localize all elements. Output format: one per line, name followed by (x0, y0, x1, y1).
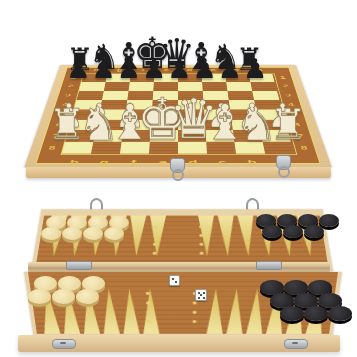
sq-e4[interactable] (152, 100, 178, 110)
backgammon-point (207, 289, 225, 334)
die-pip (200, 294, 202, 296)
sq-a4[interactable] (254, 100, 282, 110)
sq-d1[interactable] (178, 74, 202, 82)
chess-grid-frame (61, 73, 298, 154)
coord-label: 4 (55, 100, 75, 110)
sq-c1[interactable] (202, 74, 227, 82)
sq-d4[interactable] (178, 100, 204, 110)
coord-label: b (224, 68, 248, 72)
sq-f8[interactable] (120, 142, 150, 154)
product-photo-stage: hgfedcba hgfedcba 12345678 12345678 ♜♞♝♚… (0, 0, 357, 357)
cream-checker[interactable] (62, 227, 82, 240)
sq-c8[interactable] (206, 142, 236, 154)
sq-d3[interactable] (178, 91, 203, 100)
backgammon-point (218, 216, 236, 257)
sq-b8[interactable] (234, 142, 265, 154)
sq-g2[interactable] (104, 82, 130, 91)
die-5[interactable] (195, 289, 207, 301)
sq-h6[interactable] (68, 120, 98, 131)
backgammon-point (226, 289, 245, 334)
sq-h1[interactable] (82, 74, 108, 82)
black-checker[interactable] (304, 306, 328, 321)
coord-label: h (58, 158, 90, 167)
sq-g6[interactable] (96, 120, 125, 131)
coord-label: c (207, 158, 237, 167)
sq-h2[interactable] (79, 82, 106, 91)
cream-checker[interactable] (52, 289, 75, 304)
coord-label: e (155, 68, 178, 72)
sq-f7[interactable] (122, 130, 151, 141)
cream-checker[interactable] (83, 227, 103, 240)
sq-a3[interactable] (252, 91, 279, 100)
sq-c6[interactable] (205, 120, 233, 131)
sq-b1[interactable] (225, 74, 250, 82)
sq-e7[interactable] (150, 130, 178, 141)
die-pip (175, 281, 177, 283)
case-clasp-left (52, 339, 76, 349)
coord-label: f (118, 158, 148, 167)
board-clasp-left (170, 158, 185, 173)
case-clasp-right (284, 339, 308, 349)
coord-label: d (178, 68, 201, 72)
sq-f1[interactable] (130, 74, 155, 82)
marker-dot (199, 234, 203, 237)
coord-label: 8 (41, 142, 64, 154)
sq-c7[interactable] (205, 130, 234, 141)
coord-label: 3 (58, 91, 77, 100)
marker-dot (199, 225, 203, 228)
sq-f3[interactable] (127, 91, 153, 100)
black-checker[interactable] (262, 225, 282, 238)
sq-e1[interactable] (154, 74, 178, 82)
sq-g7[interactable] (93, 130, 123, 141)
sq-e3[interactable] (153, 91, 178, 100)
marker-dot (146, 301, 150, 304)
backgammon-point (237, 216, 256, 257)
file-labels-far: hgfedcba (84, 68, 272, 72)
sq-d7[interactable] (178, 130, 206, 141)
die-pip (198, 292, 200, 294)
sq-e8[interactable] (149, 142, 178, 154)
sq-b4[interactable] (229, 100, 256, 110)
coord-label: 5 (52, 109, 73, 119)
sq-b2[interactable] (226, 82, 252, 91)
black-checker[interactable] (280, 306, 304, 321)
sq-g5[interactable] (98, 109, 126, 119)
sq-b3[interactable] (227, 91, 254, 100)
sq-e6[interactable] (151, 120, 178, 131)
coord-label: g (108, 68, 132, 72)
sq-a5[interactable] (256, 109, 285, 119)
hinge-left (66, 261, 92, 270)
sq-c2[interactable] (202, 82, 227, 91)
sq-h4[interactable] (74, 100, 102, 110)
coord-label: f (131, 68, 155, 72)
sq-b7[interactable] (233, 130, 263, 141)
sq-e5[interactable] (151, 109, 178, 119)
sq-a8[interactable] (263, 142, 294, 154)
marker-dot (199, 243, 203, 246)
sq-h3[interactable] (77, 91, 104, 100)
die-2[interactable] (169, 275, 180, 286)
chess-grid (62, 74, 296, 154)
sq-g1[interactable] (106, 74, 131, 82)
backgammon-point (121, 289, 140, 334)
hinge-right (256, 261, 282, 270)
marker-dot (146, 311, 150, 314)
cream-checker[interactable] (41, 227, 61, 240)
sq-f5[interactable] (125, 109, 152, 119)
sq-d5[interactable] (178, 109, 205, 119)
sq-h8[interactable] (62, 142, 93, 154)
sq-c4[interactable] (203, 100, 230, 110)
sq-c5[interactable] (204, 109, 231, 119)
black-checker[interactable] (319, 214, 339, 227)
marker-dot (146, 292, 150, 295)
marker-dot (193, 311, 197, 314)
coord-label: 2 (61, 82, 80, 91)
sq-g4[interactable] (100, 100, 127, 110)
sq-h7[interactable] (65, 130, 96, 141)
sq-e2[interactable] (153, 82, 178, 91)
bar-gap (167, 216, 197, 257)
sq-f4[interactable] (126, 100, 153, 110)
cream-checker[interactable] (104, 227, 124, 240)
sq-d6[interactable] (178, 120, 205, 131)
sq-a7[interactable] (260, 130, 291, 141)
coord-label: 7 (44, 131, 66, 142)
black-checker[interactable] (283, 225, 303, 238)
sq-a2[interactable] (250, 82, 277, 91)
sq-f6[interactable] (123, 120, 151, 131)
sq-g8[interactable] (91, 142, 122, 154)
marker-dot (193, 301, 197, 304)
sq-c3[interactable] (203, 91, 229, 100)
coord-label: c (201, 68, 225, 72)
cream-checker[interactable] (28, 289, 51, 304)
marker-dot (193, 320, 197, 323)
backgammon-point (246, 289, 266, 334)
sq-f2[interactable] (129, 82, 154, 91)
die-pip (172, 278, 174, 280)
die-pip (203, 297, 205, 299)
chess-board-3d-wrap: hgfedcba hgfedcba 12345678 12345678 (24, 65, 332, 168)
sq-h5[interactable] (71, 109, 100, 119)
sq-a6[interactable] (258, 120, 288, 131)
die-pip (203, 292, 205, 294)
coord-label: a (247, 68, 271, 72)
marker-dot (147, 320, 151, 323)
cream-checker[interactable] (76, 289, 99, 304)
board-clasp-right (276, 155, 291, 170)
backgammon-point (142, 289, 160, 334)
coord-label: 6 (48, 120, 69, 131)
backgammon-point (100, 289, 120, 334)
sq-a1[interactable] (249, 74, 275, 82)
sq-b5[interactable] (230, 109, 258, 119)
chess-board: hgfedcba hgfedcba 12345678 12345678 (24, 65, 332, 168)
coord-label: 1 (64, 73, 82, 81)
backgammon-point (149, 216, 166, 257)
coord-label: h (84, 68, 108, 72)
coord-label: b (237, 158, 268, 167)
sq-g3[interactable] (102, 91, 129, 100)
black-checker[interactable] (328, 306, 352, 321)
marker-dot (200, 252, 204, 255)
backgammon-point (128, 216, 146, 257)
sq-d2[interactable] (178, 82, 203, 91)
coord-label: g (88, 158, 119, 167)
sq-b6[interactable] (231, 120, 260, 131)
sq-d8[interactable] (178, 142, 207, 154)
die-pip (198, 297, 200, 299)
black-checker[interactable] (304, 225, 324, 238)
